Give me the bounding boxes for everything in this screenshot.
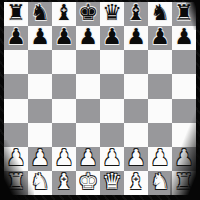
piece-bp: ♟ [30,26,50,48]
square-b6[interactable] [148,50,172,74]
piece-wp: ♟ [150,147,170,169]
square-f4[interactable] [52,99,76,123]
piece-wp: ♟ [6,147,26,169]
piece-br: ♜ [6,2,26,24]
square-f2[interactable]: ♟ [52,147,76,171]
piece-wp: ♟ [30,147,50,169]
square-g6[interactable] [28,50,52,74]
piece-bp: ♟ [6,26,26,48]
square-d8[interactable]: ♛ [100,2,124,26]
piece-wp: ♟ [102,147,122,169]
square-h8[interactable]: ♜ [4,2,28,26]
piece-wb: ♝ [54,171,74,193]
square-c7[interactable]: ♟ [124,26,148,50]
piece-wp: ♟ [126,147,146,169]
piece-bp: ♟ [150,26,170,48]
square-a1[interactable]: ♜ [172,171,196,195]
square-e5[interactable] [76,74,100,98]
square-f1[interactable]: ♝ [52,171,76,195]
square-h2[interactable]: ♟ [4,147,28,171]
chess-board: ♜♞♝♚♛♝♞♜♟♟♟♟♟♟♟♟♟♟♟♟♟♟♟♟♜♞♝♚♛♝♞♜ [4,2,196,195]
square-h1[interactable]: ♜ [4,171,28,195]
square-g2[interactable]: ♟ [28,147,52,171]
square-b1[interactable]: ♞ [148,171,172,195]
piece-wk: ♚ [78,171,98,193]
square-f8[interactable]: ♝ [52,2,76,26]
square-g7[interactable]: ♟ [28,26,52,50]
square-g5[interactable] [28,74,52,98]
square-c5[interactable] [124,74,148,98]
square-g4[interactable] [28,99,52,123]
piece-bp: ♟ [54,26,74,48]
square-a7[interactable]: ♟ [172,26,196,50]
square-d6[interactable] [100,50,124,74]
square-e7[interactable]: ♟ [76,26,100,50]
square-h3[interactable] [4,123,28,147]
square-e4[interactable] [76,99,100,123]
piece-bp: ♟ [102,26,122,48]
piece-wp: ♟ [174,147,194,169]
piece-bp: ♟ [174,26,194,48]
square-d1[interactable]: ♛ [100,171,124,195]
square-a8[interactable]: ♜ [172,2,196,26]
square-b5[interactable] [148,74,172,98]
square-d2[interactable]: ♟ [100,147,124,171]
square-f5[interactable] [52,74,76,98]
square-e3[interactable] [76,123,100,147]
square-a5[interactable] [172,74,196,98]
piece-wn: ♞ [150,171,170,193]
square-c2[interactable]: ♟ [124,147,148,171]
square-f3[interactable] [52,123,76,147]
square-a2[interactable]: ♟ [172,147,196,171]
piece-wq: ♛ [102,171,122,193]
piece-wr: ♜ [174,171,194,193]
square-c8[interactable]: ♝ [124,2,148,26]
piece-bp: ♟ [78,26,98,48]
piece-wp: ♟ [54,147,74,169]
square-c4[interactable] [124,99,148,123]
square-g8[interactable]: ♞ [28,2,52,26]
chess-app-screen: ♜♞♝♚♛♝♞♜♟♟♟♟♟♟♟♟♟♟♟♟♟♟♟♟♜♞♝♚♛♝♞♜ [0,0,200,200]
square-c1[interactable]: ♝ [124,171,148,195]
square-f6[interactable] [52,50,76,74]
square-e6[interactable] [76,50,100,74]
square-d3[interactable] [100,123,124,147]
piece-bb: ♝ [126,2,146,24]
piece-wp: ♟ [78,147,98,169]
square-b7[interactable]: ♟ [148,26,172,50]
piece-wn: ♞ [30,171,50,193]
piece-wb: ♝ [126,171,146,193]
square-e8[interactable]: ♚ [76,2,100,26]
square-h4[interactable] [4,99,28,123]
piece-bp: ♟ [126,26,146,48]
square-d7[interactable]: ♟ [100,26,124,50]
square-h6[interactable] [4,50,28,74]
square-e1[interactable]: ♚ [76,171,100,195]
square-g3[interactable] [28,123,52,147]
square-b2[interactable]: ♟ [148,147,172,171]
piece-wr: ♜ [6,171,26,193]
square-d4[interactable] [100,99,124,123]
square-a3[interactable] [172,123,196,147]
square-a4[interactable] [172,99,196,123]
square-h7[interactable]: ♟ [4,26,28,50]
piece-bb: ♝ [54,2,74,24]
square-d5[interactable] [100,74,124,98]
square-g1[interactable]: ♞ [28,171,52,195]
square-b3[interactable] [148,123,172,147]
piece-bn: ♞ [150,2,170,24]
piece-bn: ♞ [30,2,50,24]
square-e2[interactable]: ♟ [76,147,100,171]
square-c3[interactable] [124,123,148,147]
piece-br: ♜ [174,2,194,24]
square-h5[interactable] [4,74,28,98]
square-c6[interactable] [124,50,148,74]
piece-bq: ♛ [102,2,122,24]
square-a6[interactable] [172,50,196,74]
piece-bk: ♚ [78,2,98,24]
square-b4[interactable] [148,99,172,123]
square-b8[interactable]: ♞ [148,2,172,26]
square-f7[interactable]: ♟ [52,26,76,50]
